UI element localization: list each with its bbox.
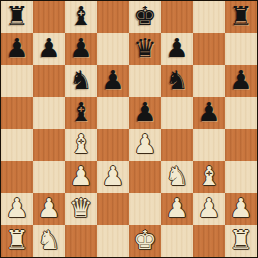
white-pawn-piece[interactable]: ♟ [197,193,220,224]
square-h1[interactable]: ♜ [225,225,257,257]
white-pawn-piece[interactable]: ♟ [133,129,156,160]
square-c5[interactable]: ♝ [65,97,97,129]
white-pawn-piece[interactable]: ♟ [69,161,92,192]
white-knight-piece[interactable]: ♞ [37,225,60,256]
square-c7[interactable]: ♟ [65,33,97,65]
square-b8[interactable] [33,1,65,33]
square-d8[interactable] [97,1,129,33]
white-pawn-piece[interactable]: ♟ [37,193,60,224]
square-e1[interactable]: ♚ [129,225,161,257]
square-c8[interactable]: ♝ [65,1,97,33]
square-d6[interactable]: ♟ [97,65,129,97]
square-c1[interactable] [65,225,97,257]
square-f7[interactable]: ♟ [161,33,193,65]
black-pawn-piece[interactable]: ♟ [229,65,252,96]
square-h4[interactable] [225,129,257,161]
white-bishop-piece[interactable]: ♝ [197,161,220,192]
square-a7[interactable]: ♟ [1,33,33,65]
square-a5[interactable] [1,97,33,129]
black-knight-piece[interactable]: ♞ [69,65,92,96]
white-pawn-piece[interactable]: ♟ [5,193,28,224]
square-d4[interactable] [97,129,129,161]
white-pawn-piece[interactable]: ♟ [165,193,188,224]
square-a8[interactable]: ♜ [1,1,33,33]
black-pawn-piece[interactable]: ♟ [5,33,28,64]
white-pawn-piece[interactable]: ♟ [229,193,252,224]
square-d7[interactable] [97,33,129,65]
black-pawn-piece[interactable]: ♟ [197,97,220,128]
black-bishop-piece[interactable]: ♝ [69,97,92,128]
square-g2[interactable]: ♟ [193,193,225,225]
black-knight-piece[interactable]: ♞ [165,65,188,96]
square-e2[interactable] [129,193,161,225]
black-pawn-piece[interactable]: ♟ [101,65,124,96]
black-rook-piece[interactable]: ♜ [229,1,252,32]
square-a2[interactable]: ♟ [1,193,33,225]
black-bishop-piece[interactable]: ♝ [69,1,92,32]
square-c4[interactable]: ♝ [65,129,97,161]
square-d5[interactable] [97,97,129,129]
white-bishop-piece[interactable]: ♝ [69,129,92,160]
square-e3[interactable] [129,161,161,193]
square-c2[interactable]: ♛ [65,193,97,225]
square-f3[interactable]: ♞ [161,161,193,193]
square-h8[interactable]: ♜ [225,1,257,33]
chess-board-frame: ♜♝♚♜♟♟♟♛♟♞♟♞♟♝♟♟♝♟♟♟♞♝♟♟♛♟♟♟♜♞♚♜ [0,0,258,258]
square-g8[interactable] [193,1,225,33]
black-rook-piece[interactable]: ♜ [5,1,28,32]
square-d1[interactable] [97,225,129,257]
square-h7[interactable] [225,33,257,65]
square-b7[interactable]: ♟ [33,33,65,65]
square-b6[interactable] [33,65,65,97]
black-pawn-piece[interactable]: ♟ [37,33,60,64]
square-g4[interactable] [193,129,225,161]
square-g7[interactable] [193,33,225,65]
square-f6[interactable]: ♞ [161,65,193,97]
black-queen-piece[interactable]: ♛ [133,33,156,64]
square-b1[interactable]: ♞ [33,225,65,257]
square-h6[interactable]: ♟ [225,65,257,97]
square-g1[interactable] [193,225,225,257]
square-h5[interactable] [225,97,257,129]
square-b4[interactable] [33,129,65,161]
square-e8[interactable]: ♚ [129,1,161,33]
square-f8[interactable] [161,1,193,33]
white-rook-piece[interactable]: ♜ [5,225,28,256]
square-a4[interactable] [1,129,33,161]
square-h2[interactable]: ♟ [225,193,257,225]
white-pawn-piece[interactable]: ♟ [101,161,124,192]
white-queen-piece[interactable]: ♛ [69,193,92,224]
square-b2[interactable]: ♟ [33,193,65,225]
black-pawn-piece[interactable]: ♟ [165,33,188,64]
square-f4[interactable] [161,129,193,161]
square-f2[interactable]: ♟ [161,193,193,225]
square-b5[interactable] [33,97,65,129]
black-king-piece[interactable]: ♚ [133,1,156,32]
black-pawn-piece[interactable]: ♟ [133,97,156,128]
square-d2[interactable] [97,193,129,225]
white-rook-piece[interactable]: ♜ [229,225,252,256]
square-c6[interactable]: ♞ [65,65,97,97]
white-knight-piece[interactable]: ♞ [165,161,188,192]
square-a1[interactable]: ♜ [1,225,33,257]
square-g6[interactable] [193,65,225,97]
square-e6[interactable] [129,65,161,97]
white-king-piece[interactable]: ♚ [133,225,156,256]
square-e5[interactable]: ♟ [129,97,161,129]
black-pawn-piece[interactable]: ♟ [69,33,92,64]
square-f1[interactable] [161,225,193,257]
square-f5[interactable] [161,97,193,129]
square-h3[interactable] [225,161,257,193]
square-b3[interactable] [33,161,65,193]
square-d3[interactable]: ♟ [97,161,129,193]
square-a6[interactable] [1,65,33,97]
square-g3[interactable]: ♝ [193,161,225,193]
square-c3[interactable]: ♟ [65,161,97,193]
square-e7[interactable]: ♛ [129,33,161,65]
square-a3[interactable] [1,161,33,193]
chess-board: ♜♝♚♜♟♟♟♛♟♞♟♞♟♝♟♟♝♟♟♟♞♝♟♟♛♟♟♟♜♞♚♜ [1,1,257,257]
square-e4[interactable]: ♟ [129,129,161,161]
square-g5[interactable]: ♟ [193,97,225,129]
